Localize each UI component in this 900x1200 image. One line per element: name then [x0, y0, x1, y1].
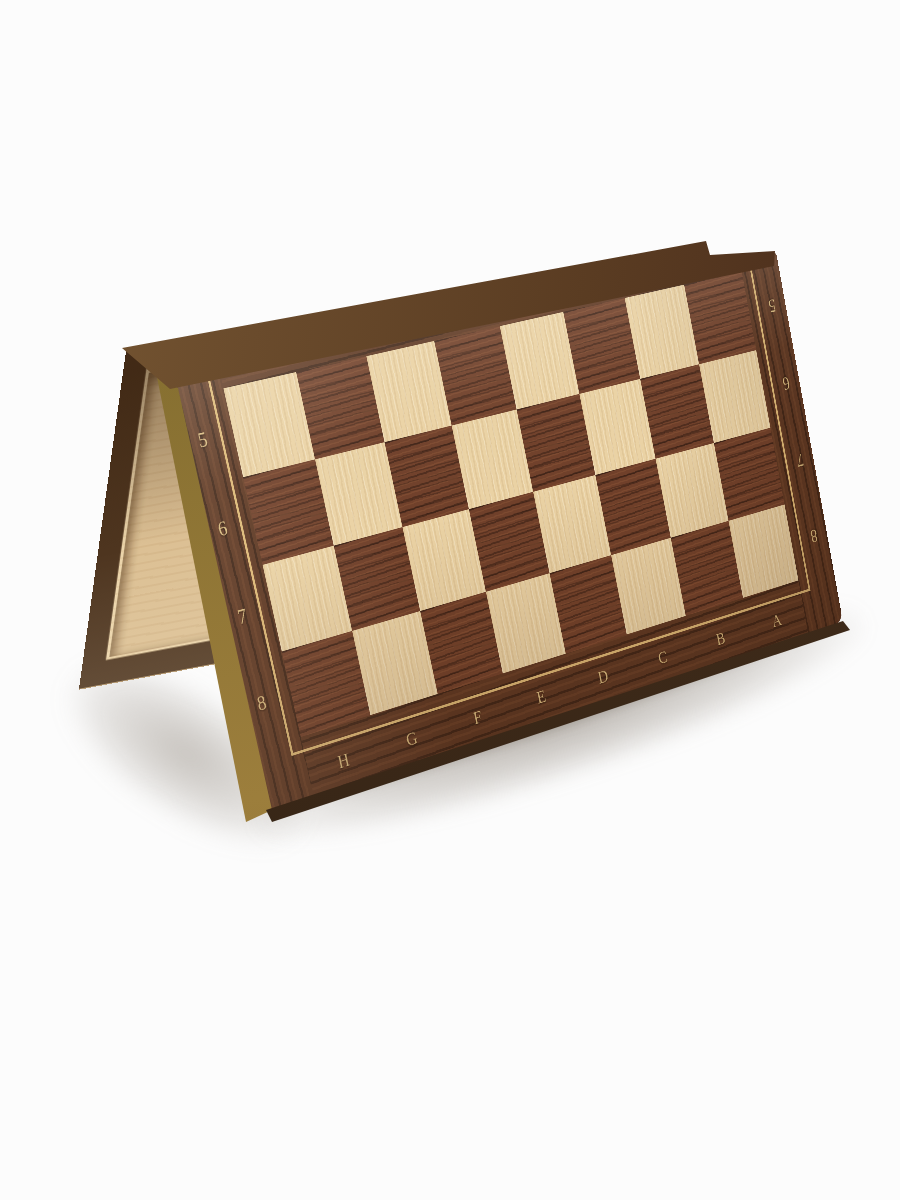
coordinate-label: A	[746, 594, 808, 648]
coordinate-label: F	[441, 688, 514, 747]
coordinate-label: H	[304, 730, 382, 792]
coordinate-label: E	[506, 668, 576, 726]
coordinate-label: B	[688, 611, 752, 666]
coordinate-label: C	[629, 630, 695, 686]
scene: 5678 5678 HGFEDCBA	[0, 0, 900, 1200]
coordinate-label: G	[374, 708, 449, 769]
coordinate-label: D	[569, 648, 637, 705]
